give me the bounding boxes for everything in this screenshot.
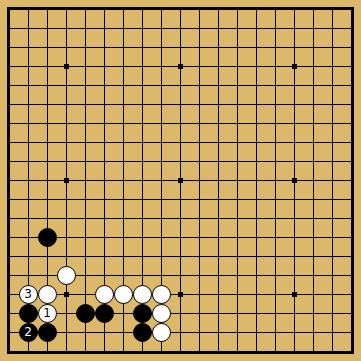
black-stone[interactable] [38,228,57,247]
white-stone[interactable] [133,285,152,304]
stones-layer: 312 [0,0,361,361]
black-stone[interactable] [95,304,114,323]
white-stone[interactable] [114,285,133,304]
black-stone[interactable] [38,323,57,342]
white-stone[interactable] [152,323,171,342]
move-number-label: 3 [24,288,32,300]
white-stone[interactable] [152,304,171,323]
go-board[interactable]: 312 [0,0,361,361]
white-stone[interactable] [152,285,171,304]
black-stone[interactable] [19,304,38,323]
black-stone[interactable] [76,304,95,323]
black-stone[interactable] [133,323,152,342]
white-stone[interactable]: 1 [38,304,57,323]
white-stone[interactable] [38,285,57,304]
black-stone[interactable] [133,304,152,323]
white-stone[interactable] [95,285,114,304]
black-stone[interactable]: 2 [19,323,38,342]
move-number-label: 1 [43,307,51,319]
white-stone[interactable] [57,266,76,285]
white-stone[interactable]: 3 [19,285,38,304]
move-number-label: 2 [24,326,32,338]
